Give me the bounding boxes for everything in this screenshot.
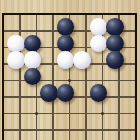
stone-white	[7, 35, 25, 53]
stone-black	[57, 18, 75, 36]
stone-white	[73, 51, 91, 69]
stone-white	[7, 51, 25, 69]
stone-black	[57, 84, 75, 102]
stone-white	[90, 35, 108, 53]
stone-black	[106, 35, 124, 53]
stone-white	[24, 51, 42, 69]
stone-black	[57, 35, 75, 53]
stone-black	[24, 35, 42, 53]
stone-black	[90, 84, 108, 102]
stone-black	[24, 68, 42, 86]
stone-black	[106, 18, 124, 36]
stone-white	[90, 18, 108, 36]
stone-black	[106, 51, 124, 69]
go-board[interactable]	[0, 0, 140, 140]
stone-black	[40, 84, 58, 102]
stones-layer	[0, 2, 140, 140]
stone-white	[57, 51, 75, 69]
